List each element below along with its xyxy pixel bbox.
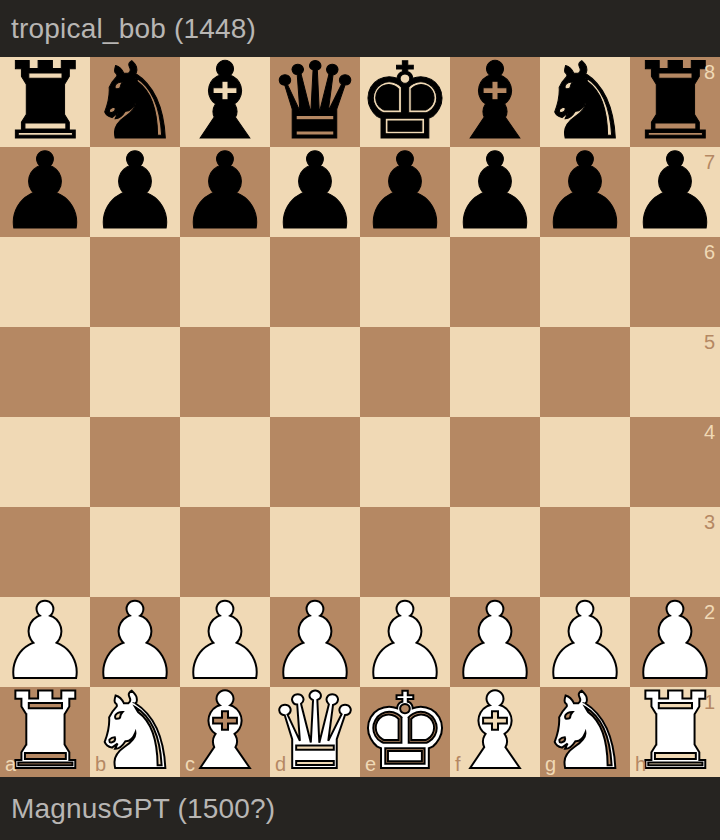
square-a4[interactable] xyxy=(0,417,90,507)
square-h1[interactable]: ♜1h xyxy=(630,687,720,777)
piece-white-rook[interactable]: ♜ xyxy=(627,687,720,777)
rank-label-3: 3 xyxy=(704,512,715,532)
square-g1[interactable]: ♞g xyxy=(540,687,630,777)
square-c6[interactable] xyxy=(180,237,270,327)
piece-white-knight[interactable]: ♞ xyxy=(537,687,632,777)
chess-board[interactable]: ♜♞♝♛♚♝♞♜8♟♟♟♟♟♟♟♟76543♟♟♟♟♟♟♟♟2♜a♞b♝c♛d♚… xyxy=(0,57,720,777)
piece-white-knight[interactable]: ♞ xyxy=(87,687,182,777)
square-f4[interactable] xyxy=(450,417,540,507)
square-d5[interactable] xyxy=(270,327,360,417)
square-e6[interactable] xyxy=(360,237,450,327)
square-f7[interactable]: ♟ xyxy=(450,147,540,237)
piece-black-pawn[interactable]: ♟ xyxy=(357,147,452,237)
square-a6[interactable] xyxy=(0,237,90,327)
square-f5[interactable] xyxy=(450,327,540,417)
piece-black-pawn[interactable]: ♟ xyxy=(447,147,542,237)
square-c7[interactable]: ♟ xyxy=(180,147,270,237)
square-e1[interactable]: ♚e xyxy=(360,687,450,777)
square-a1[interactable]: ♜a xyxy=(0,687,90,777)
piece-black-pawn[interactable]: ♟ xyxy=(267,147,362,237)
piece-white-king[interactable]: ♚ xyxy=(357,687,452,777)
square-g5[interactable] xyxy=(540,327,630,417)
rank-label-4: 4 xyxy=(704,422,715,442)
piece-black-pawn[interactable]: ♟ xyxy=(177,147,272,237)
square-b5[interactable] xyxy=(90,327,180,417)
square-h5[interactable]: 5 xyxy=(630,327,720,417)
square-h4[interactable]: 4 xyxy=(630,417,720,507)
square-h7[interactable]: ♟7 xyxy=(630,147,720,237)
square-b4[interactable] xyxy=(90,417,180,507)
piece-black-pawn[interactable]: ♟ xyxy=(87,147,182,237)
square-f6[interactable] xyxy=(450,237,540,327)
player-name-rating: MagnusGPT (1500?) xyxy=(11,793,275,825)
piece-white-rook[interactable]: ♜ xyxy=(0,687,93,777)
square-d4[interactable] xyxy=(270,417,360,507)
square-c5[interactable] xyxy=(180,327,270,417)
square-a5[interactable] xyxy=(0,327,90,417)
square-a7[interactable]: ♟ xyxy=(0,147,90,237)
piece-white-bishop[interactable]: ♝ xyxy=(447,687,542,777)
piece-black-pawn[interactable]: ♟ xyxy=(627,147,720,237)
rank-label-5: 5 xyxy=(704,332,715,352)
piece-black-pawn[interactable]: ♟ xyxy=(537,147,632,237)
square-g7[interactable]: ♟ xyxy=(540,147,630,237)
square-b6[interactable] xyxy=(90,237,180,327)
square-d6[interactable] xyxy=(270,237,360,327)
square-b7[interactable]: ♟ xyxy=(90,147,180,237)
square-d1[interactable]: ♛d xyxy=(270,687,360,777)
square-h6[interactable]: 6 xyxy=(630,237,720,327)
square-e4[interactable] xyxy=(360,417,450,507)
square-b1[interactable]: ♞b xyxy=(90,687,180,777)
piece-black-pawn[interactable]: ♟ xyxy=(0,147,93,237)
square-g6[interactable] xyxy=(540,237,630,327)
square-e7[interactable]: ♟ xyxy=(360,147,450,237)
square-g4[interactable] xyxy=(540,417,630,507)
square-d7[interactable]: ♟ xyxy=(270,147,360,237)
square-c1[interactable]: ♝c xyxy=(180,687,270,777)
square-c4[interactable] xyxy=(180,417,270,507)
square-e5[interactable] xyxy=(360,327,450,417)
piece-white-queen[interactable]: ♛ xyxy=(267,687,362,777)
rank-label-6: 6 xyxy=(704,242,715,262)
piece-white-bishop[interactable]: ♝ xyxy=(177,687,272,777)
square-f1[interactable]: ♝f xyxy=(450,687,540,777)
